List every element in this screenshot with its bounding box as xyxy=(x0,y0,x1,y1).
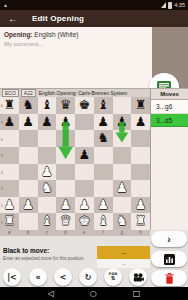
square-b1[interactable] xyxy=(19,213,38,230)
square-c2[interactable] xyxy=(38,197,57,214)
white-rook[interactable]: ♜ xyxy=(135,213,147,230)
black-bishop[interactable]: ♝ xyxy=(97,97,109,114)
black-rook[interactable]: ♜ xyxy=(4,97,16,114)
rank-label: 6 xyxy=(1,136,4,141)
white-rook[interactable]: ♜ xyxy=(4,213,16,230)
square-g5[interactable] xyxy=(113,147,132,164)
fast-back-button[interactable]: « xyxy=(29,268,47,286)
black-pawn[interactable]: ♟ xyxy=(41,114,53,131)
square-e6[interactable] xyxy=(75,130,94,147)
square-d2[interactable]: ♟ xyxy=(56,197,75,214)
statistics-button[interactable] xyxy=(151,251,187,267)
expected-move-field[interactable]: – xyxy=(97,246,150,259)
notification-icon: ▲ xyxy=(3,0,161,10)
square-b3[interactable] xyxy=(19,180,38,197)
square-g1[interactable]: ♞ xyxy=(113,213,132,230)
square-e7[interactable] xyxy=(75,114,94,131)
square-d4[interactable] xyxy=(56,164,75,181)
navigation-toolbar: |< « < ↻ PGN ⇅ xyxy=(0,268,150,287)
square-g7[interactable]: ♟ xyxy=(113,114,132,131)
square-c5[interactable] xyxy=(38,147,57,164)
black-knight[interactable]: ♞ xyxy=(22,97,34,114)
square-a4[interactable]: 4 xyxy=(0,164,19,181)
black-king[interactable]: ♚ xyxy=(79,97,91,114)
white-bishop[interactable]: ♝ xyxy=(41,213,53,230)
square-b4[interactable] xyxy=(19,164,38,181)
square-a6[interactable]: 6 xyxy=(0,130,19,147)
square-f5[interactable] xyxy=(94,147,113,164)
go-to-start-button[interactable]: |< xyxy=(3,268,21,286)
square-e5[interactable]: ♟ xyxy=(75,147,94,164)
android-nav-bar: ◁ ○ □ xyxy=(0,287,188,300)
comment-section: Opening: English (White) My comment... xyxy=(0,27,188,88)
square-c3[interactable]: ♞ xyxy=(38,180,57,197)
move-row[interactable]: 3...g6 xyxy=(151,100,188,114)
white-pawn[interactable]: ♟ xyxy=(22,197,34,214)
clock: 4:35 xyxy=(174,2,185,8)
engine-camera-icon xyxy=(133,273,144,282)
square-a7[interactable]: 7♟ xyxy=(0,114,19,131)
square-a1[interactable]: 1♜ xyxy=(0,213,19,230)
engine-button[interactable] xyxy=(129,268,147,286)
square-h2[interactable]: ♟ xyxy=(131,197,150,214)
square-g4[interactable] xyxy=(113,164,132,181)
square-f7[interactable]: ♟ xyxy=(94,114,113,131)
black-pawn[interactable]: ♟ xyxy=(116,114,128,131)
rank-label: 4 xyxy=(1,169,4,174)
square-e3[interactable] xyxy=(75,180,94,197)
square-a3[interactable]: 3 xyxy=(0,180,19,197)
edit-opening-screen: ▲ 4:35 ← Edit Opening Opening: English (… xyxy=(0,0,188,300)
moves-list: 3...g63...d5 xyxy=(151,100,188,127)
bar-chart-icon xyxy=(164,254,175,265)
board-area: 8♜♞♝♛♚♝♜7♟♟♟♟♟♟♟6♞5♟4♟3♞♟2♟♟♟♟♟♟1♜♝♛♚♝♞♜… xyxy=(0,97,150,236)
black-pawn[interactable]: ♟ xyxy=(135,114,147,131)
square-a8[interactable]: 8♜ xyxy=(0,97,19,114)
black-pawn[interactable]: ♟ xyxy=(97,114,109,131)
white-pawn[interactable]: ♟ xyxy=(4,197,16,214)
black-pawn[interactable]: ♟ xyxy=(60,114,72,131)
rank-label: 5 xyxy=(1,153,4,158)
opening-label: Opening: xyxy=(4,31,33,38)
move-row[interactable]: 3...d5 xyxy=(151,114,188,128)
square-h7[interactable]: ♟ xyxy=(131,114,150,131)
android-home-icon[interactable]: ○ xyxy=(90,287,97,300)
square-d1[interactable]: ♛ xyxy=(56,213,75,230)
pgn-arrows-icon: ⇅ xyxy=(111,276,116,282)
square-b7[interactable]: ♟ xyxy=(19,114,38,131)
square-c1[interactable]: ♝ xyxy=(38,213,57,230)
pgn-button[interactable]: PGN ⇅ xyxy=(104,268,122,286)
opening-name: English Opening: Carls-Bremen System xyxy=(39,90,127,96)
square-b2[interactable]: ♟ xyxy=(19,197,38,214)
android-recents-icon[interactable]: □ xyxy=(133,287,141,300)
rank-label: 8 xyxy=(1,103,4,108)
square-h1[interactable]: ♜ xyxy=(131,213,150,230)
square-b6[interactable] xyxy=(19,130,38,147)
square-d3[interactable] xyxy=(56,180,75,197)
back-move-button[interactable]: < xyxy=(54,268,72,286)
comment-box[interactable]: Opening: English (White) My comment... xyxy=(0,27,152,88)
white-knight[interactable]: ♞ xyxy=(41,180,53,197)
white-pawn[interactable]: ♟ xyxy=(97,197,109,214)
square-d7[interactable]: ♟ xyxy=(56,114,75,131)
square-f6[interactable]: ♞ xyxy=(94,130,113,147)
square-e8[interactable]: ♚ xyxy=(75,97,94,114)
delete-button[interactable] xyxy=(151,270,187,286)
black-rook[interactable]: ♜ xyxy=(135,97,147,114)
page-title: Edit Opening xyxy=(32,14,84,23)
black-knight[interactable]: ♞ xyxy=(97,130,109,147)
comment-input[interactable]: My comment... xyxy=(4,41,148,47)
square-f4[interactable] xyxy=(94,164,113,181)
square-a5[interactable]: 5 xyxy=(0,147,19,164)
square-b5[interactable] xyxy=(19,147,38,164)
square-h6[interactable] xyxy=(131,130,150,147)
rank-label: 3 xyxy=(1,186,4,191)
white-pawn[interactable]: ♟ xyxy=(116,180,128,197)
white-bishop[interactable]: ♝ xyxy=(97,213,109,230)
square-h8[interactable]: ♜ xyxy=(131,97,150,114)
chess-board[interactable]: 8♜♞♝♛♚♝♜7♟♟♟♟♟♟♟6♞5♟4♟3♞♟2♟♟♟♟♟♟1♜♝♛♚♝♞♜ xyxy=(0,97,150,230)
square-d8[interactable]: ♛ xyxy=(56,97,75,114)
flip-board-button[interactable]: ↻ xyxy=(79,268,97,286)
eco-label: ECO xyxy=(2,89,19,97)
rank-label: 7 xyxy=(1,119,4,124)
bottom-area: Black to move: Enter an expected move fo… xyxy=(0,236,188,287)
square-h3[interactable] xyxy=(131,180,150,197)
square-g8[interactable] xyxy=(113,97,132,114)
android-back-icon[interactable]: ◁ xyxy=(48,287,54,300)
app-bar: ← Edit Opening xyxy=(0,10,188,27)
square-c6[interactable] xyxy=(38,130,57,147)
eco-code: A22 xyxy=(21,89,36,97)
white-pawn[interactable]: ♟ xyxy=(135,197,147,214)
square-d5[interactable] xyxy=(56,147,75,164)
square-f3[interactable] xyxy=(94,180,113,197)
rank-label: 2 xyxy=(1,203,4,208)
back-arrow-icon[interactable]: ← xyxy=(8,13,18,24)
square-g2[interactable] xyxy=(113,197,132,214)
black-queen[interactable]: ♛ xyxy=(60,97,72,114)
square-g3[interactable]: ♟ xyxy=(113,180,132,197)
square-e2[interactable]: ♟ xyxy=(75,197,94,214)
square-h4[interactable] xyxy=(131,164,150,181)
square-e4[interactable] xyxy=(75,164,94,181)
status-bar: ▲ 4:35 xyxy=(0,0,188,10)
battery-icon xyxy=(168,2,172,9)
rank-label: 1 xyxy=(1,219,4,224)
moves-header: Moves xyxy=(151,89,188,100)
square-f1[interactable]: ♝ xyxy=(94,213,113,230)
trash-icon xyxy=(165,273,174,284)
signal-icon xyxy=(161,2,166,8)
square-f8[interactable]: ♝ xyxy=(94,97,113,114)
white-pawn[interactable]: ♟ xyxy=(41,164,53,181)
black-pawn[interactable]: ♟ xyxy=(79,147,91,164)
square-h5[interactable] xyxy=(131,147,150,164)
square-e1[interactable]: ♚ xyxy=(75,213,94,230)
opening-value: English (White) xyxy=(34,31,78,38)
white-pawn[interactable]: ♟ xyxy=(79,197,91,214)
square-d6[interactable] xyxy=(56,130,75,147)
square-a2[interactable]: 2♟ xyxy=(0,197,19,214)
white-queen[interactable]: ♛ xyxy=(60,213,72,230)
side-to-move-label: Black to move: xyxy=(3,247,49,254)
expected-move-alt-field[interactable]: – xyxy=(97,259,150,268)
square-c7[interactable]: ♟ xyxy=(38,114,57,131)
moves-panel: Moves 3...g63...d5 xyxy=(150,88,188,230)
white-knight[interactable]: ♞ xyxy=(116,213,128,230)
square-g6[interactable] xyxy=(113,130,132,147)
square-c4[interactable]: ♟ xyxy=(38,164,57,181)
white-king[interactable]: ♚ xyxy=(79,213,91,230)
forward-move-button[interactable]: › xyxy=(151,231,187,247)
white-pawn[interactable]: ♟ xyxy=(60,197,72,214)
black-bishop[interactable]: ♝ xyxy=(41,97,53,114)
black-pawn[interactable]: ♟ xyxy=(22,114,34,131)
square-f2[interactable]: ♟ xyxy=(94,197,113,214)
square-c8[interactable]: ♝ xyxy=(38,97,57,114)
square-b8[interactable]: ♞ xyxy=(19,97,38,114)
black-pawn[interactable]: ♟ xyxy=(4,114,16,131)
prompt-subtitle: Enter an expected move for this position… xyxy=(3,256,85,261)
